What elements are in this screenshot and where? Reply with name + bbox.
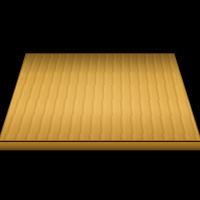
go-board[interactable] [0,53,200,141]
go-board-scene [0,0,200,200]
board-front-edge [0,141,200,150]
board-surface[interactable] [0,53,200,141]
